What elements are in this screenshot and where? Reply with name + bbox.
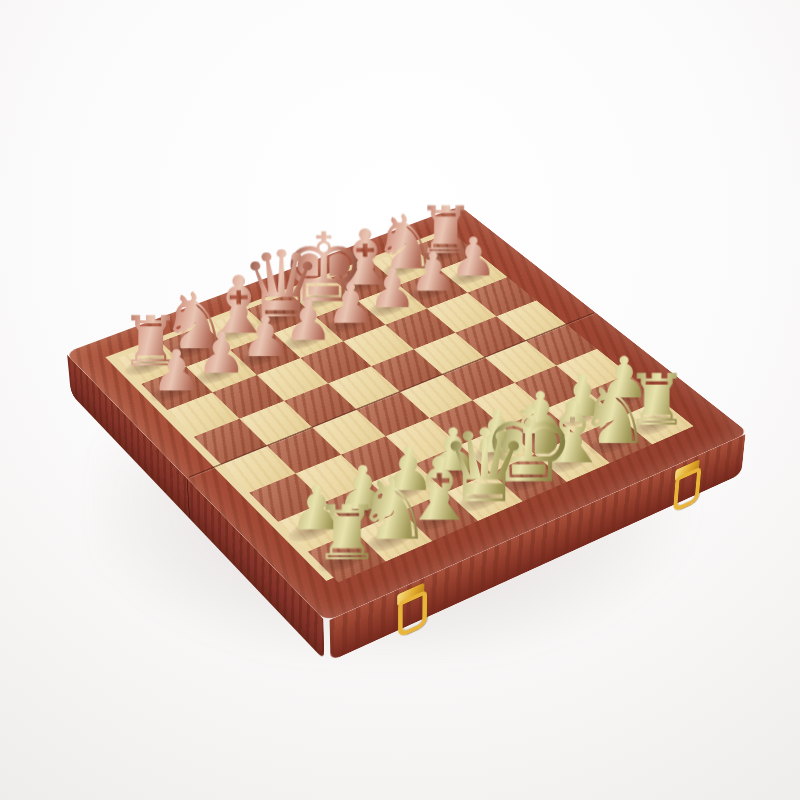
piece-white-rook-a1[interactable]: ♜: [276, 496, 417, 572]
photo-stage: ♜♞♝♛♚♝♞♜♟♟♟♟♟♟♟♟♟♟♟♟♟♟♟♟♜♞♝♛♚♝♞♜: [0, 0, 800, 800]
piece-black-pawn-a7[interactable]: ♟: [112, 342, 242, 399]
